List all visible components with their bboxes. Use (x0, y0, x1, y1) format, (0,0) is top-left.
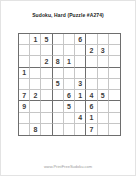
sudoku-cell-r1c1[interactable] (19, 34, 30, 45)
sudoku-cell-r3c5[interactable]: 1 (64, 56, 75, 67)
sudoku-cell-r3c4[interactable]: 8 (53, 56, 64, 67)
sudoku-cell-r4c7[interactable] (86, 68, 97, 79)
sudoku-cell-r7c4[interactable] (53, 101, 64, 112)
sudoku-cell-r8c6[interactable]: 4 (75, 113, 86, 124)
sudoku-cell-r4c1[interactable]: 1 (19, 68, 30, 79)
sudoku-cell-r9c8[interactable] (98, 124, 109, 135)
sudoku-cell-r8c7[interactable]: 1 (86, 113, 97, 124)
sudoku-cell-r9c2[interactable]: 8 (30, 124, 41, 135)
sudoku-cell-r6c4[interactable] (53, 90, 64, 101)
sudoku-cell-r5c8[interactable] (98, 79, 109, 90)
sudoku-cell-r3c3[interactable]: 2 (41, 56, 52, 67)
sudoku-cell-r6c6[interactable]: 1 (75, 90, 86, 101)
sudoku-cell-r5c7[interactable] (86, 79, 97, 90)
sudoku-cell-r5c5[interactable] (64, 79, 75, 90)
sudoku-cell-r2c2[interactable] (30, 45, 41, 56)
sudoku-cell-r7c8[interactable] (98, 101, 109, 112)
sudoku-cell-r2c3[interactable] (41, 45, 52, 56)
sudoku-cell-r8c9[interactable] (109, 113, 120, 124)
sudoku-cell-r7c7[interactable]: 6 (86, 101, 97, 112)
sudoku-cell-r1c5[interactable] (64, 34, 75, 45)
sudoku-cell-r9c4[interactable] (53, 124, 64, 135)
sudoku-cell-r1c9[interactable] (109, 34, 120, 45)
sudoku-cell-r3c9[interactable] (109, 56, 120, 67)
sudoku-cell-r5c2[interactable] (30, 79, 41, 90)
sudoku-cell-r4c9[interactable] (109, 68, 120, 79)
sudoku-cell-r5c9[interactable] (109, 79, 120, 90)
sudoku-cell-r2c7[interactable]: 2 (86, 45, 97, 56)
sudoku-cell-r6c2[interactable]: 2 (30, 90, 41, 101)
sudoku-cell-r9c3[interactable] (41, 124, 52, 135)
sudoku-cell-r7c6[interactable] (75, 101, 86, 112)
sudoku-cell-r4c2[interactable] (30, 68, 41, 79)
sudoku-cell-r7c2[interactable] (30, 101, 41, 112)
sudoku-cell-r2c6[interactable] (75, 45, 86, 56)
sudoku-cell-r7c1[interactable]: 9 (19, 101, 30, 112)
sudoku-cell-r3c7[interactable] (86, 56, 97, 67)
sudoku-cell-r3c6[interactable] (75, 56, 86, 67)
sudoku-cell-r8c3[interactable] (41, 113, 52, 124)
sudoku-cell-r8c2[interactable] (30, 113, 41, 124)
sudoku-cell-r4c3[interactable] (41, 68, 52, 79)
sudoku-cell-r1c6[interactable]: 6 (75, 34, 86, 45)
sudoku-cell-r5c1[interactable] (19, 79, 30, 90)
sudoku-cell-r6c8[interactable]: 5 (98, 90, 109, 101)
sudoku-cell-r1c4[interactable] (53, 34, 64, 45)
sudoku-cell-r6c1[interactable]: 7 (19, 90, 30, 101)
sudoku-cell-r2c5[interactable] (64, 45, 75, 56)
sudoku-cell-r4c6[interactable] (75, 68, 86, 79)
sudoku-cell-r9c1[interactable] (19, 124, 30, 135)
sudoku-cell-r4c8[interactable] (98, 68, 109, 79)
sudoku-cell-r9c9[interactable] (109, 124, 120, 135)
sudoku-cell-r6c9[interactable] (109, 90, 120, 101)
sudoku-board: 156232811537261459564187 (18, 33, 121, 136)
sudoku-cell-r9c6[interactable] (75, 124, 86, 135)
sudoku-cell-r4c5[interactable] (64, 68, 75, 79)
sudoku-cell-r5c4[interactable]: 5 (53, 79, 64, 90)
puzzle-title: Sudoku, Hard (Puzzle #A274) (1, 12, 135, 18)
sudoku-cell-r4c4[interactable] (53, 68, 64, 79)
sudoku-cell-r3c2[interactable] (30, 56, 41, 67)
sudoku-cell-r8c1[interactable] (19, 113, 30, 124)
sudoku-cell-r2c1[interactable] (19, 45, 30, 56)
sudoku-cell-r2c9[interactable] (109, 45, 120, 56)
sudoku-cell-r6c3[interactable] (41, 90, 52, 101)
puzzle-page: Sudoku, Hard (Puzzle #A274) 156232811537… (0, 0, 136, 176)
sudoku-cell-r5c3[interactable] (41, 79, 52, 90)
sudoku-cell-r7c3[interactable] (41, 101, 52, 112)
footer-url: www.PrintFreeSudoku.com (1, 164, 135, 169)
sudoku-cell-r3c1[interactable] (19, 56, 30, 67)
sudoku-cell-r1c7[interactable] (86, 34, 97, 45)
sudoku-cell-r1c2[interactable]: 1 (30, 34, 41, 45)
sudoku-cell-r6c7[interactable]: 4 (86, 90, 97, 101)
sudoku-cell-r1c8[interactable] (98, 34, 109, 45)
sudoku-cell-r8c8[interactable] (98, 113, 109, 124)
sudoku-cell-r5c6[interactable]: 3 (75, 79, 86, 90)
sudoku-cell-r1c3[interactable]: 5 (41, 34, 52, 45)
sudoku-cell-r7c9[interactable] (109, 101, 120, 112)
sudoku-cell-r9c7[interactable]: 7 (86, 124, 97, 135)
sudoku-cell-r8c5[interactable] (64, 113, 75, 124)
sudoku-cell-r2c4[interactable] (53, 45, 64, 56)
sudoku-cell-r3c8[interactable] (98, 56, 109, 67)
sudoku-cell-r8c4[interactable] (53, 113, 64, 124)
sudoku-cell-r9c5[interactable] (64, 124, 75, 135)
sudoku-cell-r7c5[interactable]: 5 (64, 101, 75, 112)
sudoku-cell-r2c8[interactable]: 3 (98, 45, 109, 56)
sudoku-cell-r6c5[interactable]: 6 (64, 90, 75, 101)
